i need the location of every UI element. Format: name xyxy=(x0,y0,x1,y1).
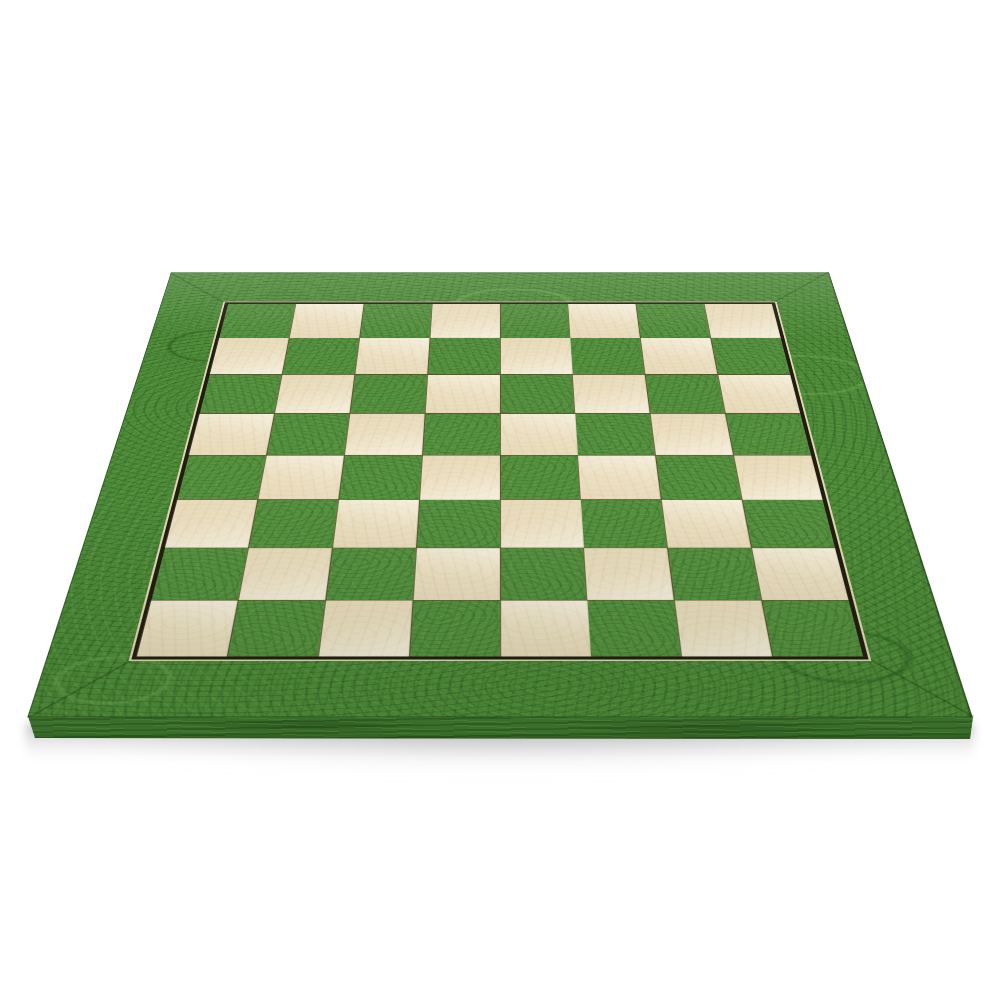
board-square xyxy=(501,548,587,600)
board-square xyxy=(578,455,661,499)
board-square xyxy=(711,338,790,374)
board-square xyxy=(420,455,500,499)
board-square xyxy=(576,414,656,455)
board-square xyxy=(267,414,349,455)
board-square xyxy=(573,375,650,413)
board-square xyxy=(762,601,863,657)
board-square xyxy=(210,338,289,374)
board-square xyxy=(662,500,751,548)
board-square xyxy=(675,601,772,657)
board-square xyxy=(646,375,725,413)
board-square xyxy=(584,548,674,600)
board-square xyxy=(501,601,591,657)
board-square xyxy=(333,500,419,548)
board-square xyxy=(326,548,416,600)
board-square xyxy=(423,414,500,455)
board-square xyxy=(734,455,822,499)
board-square xyxy=(137,601,238,657)
board-square xyxy=(350,375,427,413)
board-square xyxy=(410,601,500,657)
board-square xyxy=(413,548,499,600)
board-square xyxy=(743,500,835,548)
board-square xyxy=(581,500,667,548)
board-square xyxy=(656,455,741,499)
board-square xyxy=(249,500,338,548)
chess-board xyxy=(27,272,972,717)
board-square xyxy=(651,414,733,455)
board-square xyxy=(500,414,577,455)
board-square xyxy=(319,601,412,657)
board-square xyxy=(151,548,247,600)
board-square xyxy=(360,304,432,338)
board-square xyxy=(641,338,717,374)
board-square xyxy=(637,304,711,338)
board-square xyxy=(428,338,500,374)
board-square xyxy=(500,304,569,338)
board-square xyxy=(417,500,500,548)
board-square xyxy=(501,455,581,499)
board-square xyxy=(339,455,422,499)
board-square xyxy=(355,338,429,374)
board-square xyxy=(726,414,811,455)
board-square xyxy=(430,304,499,338)
board-square xyxy=(425,375,499,413)
board-square xyxy=(571,338,645,374)
board-square xyxy=(569,304,641,338)
board-square xyxy=(718,375,800,413)
board-square xyxy=(501,500,584,548)
board-square xyxy=(200,375,282,413)
board-square xyxy=(177,455,265,499)
board-square xyxy=(500,338,572,374)
board-squares-grid xyxy=(137,304,863,656)
board-square xyxy=(228,601,325,657)
board-square xyxy=(345,414,425,455)
board-square xyxy=(219,304,295,338)
board-square xyxy=(258,455,343,499)
board-square xyxy=(588,601,681,657)
board-square xyxy=(290,304,364,338)
board-square xyxy=(752,548,848,600)
board-square xyxy=(500,375,574,413)
board-square xyxy=(189,414,274,455)
board-square xyxy=(668,548,761,600)
board-square xyxy=(239,548,332,600)
board-square xyxy=(705,304,781,338)
board-square xyxy=(275,375,354,413)
product-photo xyxy=(0,0,1000,1000)
board-square xyxy=(283,338,359,374)
board-square xyxy=(165,500,257,548)
